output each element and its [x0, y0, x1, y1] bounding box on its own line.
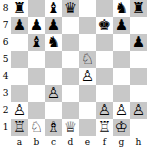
piece-white-bishop[interactable]: ♗	[47, 119, 60, 136]
square-h5[interactable]	[130, 51, 147, 68]
square-e8[interactable]	[79, 0, 96, 17]
square-a8[interactable]: ♜	[11, 0, 28, 17]
piece-white-pawn[interactable]: ♙	[115, 102, 128, 119]
square-d6[interactable]	[62, 34, 79, 51]
piece-black-rook[interactable]: ♜	[132, 0, 145, 17]
square-h6[interactable]: ♟	[130, 34, 147, 51]
square-d3[interactable]	[62, 85, 79, 102]
square-e4[interactable]: ♙	[79, 68, 96, 85]
square-g7[interactable]: ♟	[113, 17, 130, 34]
square-b4[interactable]	[28, 68, 45, 85]
piece-white-queen[interactable]: ♕	[64, 119, 77, 136]
square-e2[interactable]	[79, 102, 96, 119]
file-label-d: d	[62, 136, 79, 149]
piece-black-pawn[interactable]: ♟	[13, 17, 26, 34]
square-g1[interactable]: ♔	[113, 119, 130, 136]
piece-black-pawn[interactable]: ♟	[47, 17, 60, 34]
square-a4[interactable]	[11, 68, 28, 85]
square-b2[interactable]	[28, 102, 45, 119]
square-b7[interactable]: ♟	[28, 17, 45, 34]
square-a1[interactable]: ♖	[11, 119, 28, 136]
square-d8[interactable]: ♛	[62, 0, 79, 17]
square-c2[interactable]	[45, 102, 62, 119]
square-e7[interactable]	[79, 17, 96, 34]
file-label-b: b	[28, 136, 45, 149]
square-g6[interactable]	[113, 34, 130, 51]
square-a3[interactable]	[11, 85, 28, 102]
square-f6[interactable]	[96, 34, 113, 51]
piece-black-pawn[interactable]: ♟	[30, 17, 43, 34]
piece-white-rook[interactable]: ♖	[13, 119, 26, 136]
square-a7[interactable]: ♟	[11, 17, 28, 34]
piece-black-king[interactable]: ♚	[98, 17, 111, 34]
rank-label-8: 8	[0, 0, 11, 17]
square-h2[interactable]: ♙	[130, 102, 147, 119]
piece-white-pawn[interactable]: ♙	[13, 102, 26, 119]
square-c4[interactable]	[45, 68, 62, 85]
square-b1[interactable]: ♘	[28, 119, 45, 136]
piece-black-pawn[interactable]: ♟	[115, 17, 128, 34]
square-d4[interactable]	[62, 68, 79, 85]
square-c6[interactable]: ♞	[45, 34, 62, 51]
rank-label-3: 3	[0, 85, 11, 102]
square-d7[interactable]	[62, 17, 79, 34]
file-label-e: e	[79, 136, 96, 149]
square-f7[interactable]: ♚	[96, 17, 113, 34]
rank-label-2: 2	[0, 102, 11, 119]
square-a5[interactable]	[11, 51, 28, 68]
square-f5[interactable]	[96, 51, 113, 68]
square-g8[interactable]: ♞	[113, 0, 130, 17]
piece-black-queen[interactable]: ♛	[64, 0, 77, 17]
file-label-f: f	[96, 136, 113, 149]
piece-white-rook[interactable]: ♖	[98, 119, 111, 136]
square-c3[interactable]: ♙	[45, 85, 62, 102]
file-label-g: g	[113, 136, 130, 149]
square-c7[interactable]: ♟	[45, 17, 62, 34]
square-d5[interactable]	[62, 51, 79, 68]
square-b5[interactable]	[28, 51, 45, 68]
board: ♜♝♛♞♜♟♟♟♚♟♝♞♟♘♙♙♙♙♙♙♖♘♗♕♖♔	[11, 0, 147, 136]
square-f8[interactable]	[96, 0, 113, 17]
piece-white-knight[interactable]: ♘	[81, 51, 94, 68]
piece-black-knight[interactable]: ♞	[47, 34, 60, 51]
piece-black-bishop[interactable]: ♝	[47, 0, 60, 17]
square-b6[interactable]: ♝	[28, 34, 45, 51]
piece-black-rook[interactable]: ♜	[13, 0, 26, 17]
square-g3[interactable]	[113, 85, 130, 102]
square-b8[interactable]	[28, 0, 45, 17]
file-label-h: h	[130, 136, 147, 149]
square-f2[interactable]: ♙	[96, 102, 113, 119]
square-e1[interactable]	[79, 119, 96, 136]
square-c5[interactable]	[45, 51, 62, 68]
square-b3[interactable]	[28, 85, 45, 102]
piece-white-pawn[interactable]: ♙	[47, 85, 60, 102]
square-d2[interactable]	[62, 102, 79, 119]
square-g2[interactable]: ♙	[113, 102, 130, 119]
rank-label-4: 4	[0, 68, 11, 85]
rank-label-1: 1	[0, 119, 11, 136]
piece-black-knight[interactable]: ♞	[115, 0, 128, 17]
square-e5[interactable]: ♘	[79, 51, 96, 68]
square-h8[interactable]: ♜	[130, 0, 147, 17]
square-d1[interactable]: ♕	[62, 119, 79, 136]
square-c8[interactable]: ♝	[45, 0, 62, 17]
chess-diagram: 87654321 ♜♝♛♞♜♟♟♟♚♟♝♞♟♘♙♙♙♙♙♙♖♘♗♕♖♔ abcd…	[0, 0, 151, 149]
square-g4[interactable]	[113, 68, 130, 85]
rank-label-5: 5	[0, 51, 11, 68]
square-h7[interactable]	[130, 17, 147, 34]
piece-white-pawn[interactable]: ♙	[132, 102, 145, 119]
file-label-a: a	[11, 136, 28, 149]
square-c1[interactable]: ♗	[45, 119, 62, 136]
piece-white-king[interactable]: ♔	[115, 119, 128, 136]
square-e3[interactable]	[79, 85, 96, 102]
rank-label-7: 7	[0, 17, 11, 34]
square-e6[interactable]	[79, 34, 96, 51]
square-g5[interactable]	[113, 51, 130, 68]
square-a2[interactable]: ♙	[11, 102, 28, 119]
rank-labels: 87654321	[0, 0, 11, 136]
piece-white-knight[interactable]: ♘	[30, 119, 43, 136]
piece-black-bishop[interactable]: ♝	[30, 34, 43, 51]
square-f3[interactable]	[96, 85, 113, 102]
rank-label-6: 6	[0, 34, 11, 51]
square-f4[interactable]	[96, 68, 113, 85]
square-f1[interactable]: ♖	[96, 119, 113, 136]
file-label-c: c	[45, 136, 62, 149]
file-labels: abcdefgh	[11, 136, 147, 149]
square-h1[interactable]	[130, 119, 147, 136]
square-h4[interactable]	[130, 68, 147, 85]
square-h3[interactable]	[130, 85, 147, 102]
piece-black-pawn[interactable]: ♟	[132, 34, 145, 51]
square-a6[interactable]	[11, 34, 28, 51]
piece-white-pawn[interactable]: ♙	[81, 68, 94, 85]
piece-white-pawn[interactable]: ♙	[98, 102, 111, 119]
